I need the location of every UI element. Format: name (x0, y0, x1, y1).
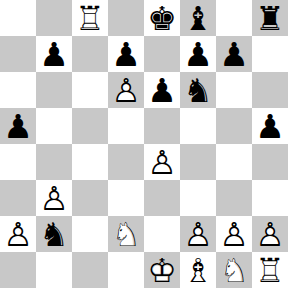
piece-white-knight: ♘ (216, 252, 252, 288)
piece-white-rook: ♖ (252, 252, 288, 288)
square-g4[interactable] (216, 144, 252, 180)
square-b6[interactable] (36, 72, 72, 108)
square-d1[interactable] (108, 252, 144, 288)
square-b4[interactable] (36, 144, 72, 180)
square-d5[interactable] (108, 108, 144, 144)
square-g8[interactable] (216, 0, 252, 36)
square-e4[interactable]: ♟♙ (144, 144, 180, 180)
square-a6[interactable] (0, 72, 36, 108)
square-f5[interactable] (180, 108, 216, 144)
square-e8[interactable]: ♚ (144, 0, 180, 36)
square-e1[interactable]: ♚♔ (144, 252, 180, 288)
square-c4[interactable] (72, 144, 108, 180)
square-c8[interactable]: ♜♖ (72, 0, 108, 36)
square-g1[interactable]: ♞♘ (216, 252, 252, 288)
piece-white-pawn: ♙ (180, 216, 216, 252)
square-c1[interactable] (72, 252, 108, 288)
square-c6[interactable] (72, 72, 108, 108)
piece-black-pawn: ♟ (180, 36, 216, 72)
square-c2[interactable] (72, 216, 108, 252)
square-c5[interactable] (72, 108, 108, 144)
square-d2[interactable]: ♞♘ (108, 216, 144, 252)
piece-black-pawn: ♟ (252, 108, 288, 144)
square-h3[interactable] (252, 180, 288, 216)
square-h2[interactable]: ♟♙ (252, 216, 288, 252)
square-b7[interactable]: ♟ (36, 36, 72, 72)
square-h4[interactable] (252, 144, 288, 180)
piece-black-knight: ♞ (180, 72, 216, 108)
square-e6[interactable]: ♟ (144, 72, 180, 108)
piece-white-pawn: ♙ (252, 216, 288, 252)
square-f3[interactable] (180, 180, 216, 216)
piece-white-pawn: ♙ (216, 216, 252, 252)
piece-black-pawn: ♟ (0, 108, 36, 144)
piece-white-knight: ♘ (108, 216, 144, 252)
chess-board: ♜♖♚♝♜♟♟♟♟♟♙♟♞♟♟♟♙♟♙♟♙♞♞♘♟♙♟♙♟♙♚♔♝♗♞♘♜♖ (0, 0, 288, 288)
square-c7[interactable] (72, 36, 108, 72)
square-b3[interactable]: ♟♙ (36, 180, 72, 216)
piece-white-rook: ♖ (72, 0, 108, 36)
square-a8[interactable] (0, 0, 36, 36)
square-h8[interactable]: ♜ (252, 0, 288, 36)
piece-white-pawn: ♙ (108, 72, 144, 108)
square-h1[interactable]: ♜♖ (252, 252, 288, 288)
square-g6[interactable] (216, 72, 252, 108)
square-f7[interactable]: ♟ (180, 36, 216, 72)
square-h5[interactable]: ♟ (252, 108, 288, 144)
square-h7[interactable] (252, 36, 288, 72)
piece-white-pawn: ♙ (144, 144, 180, 180)
square-g5[interactable] (216, 108, 252, 144)
piece-white-king: ♔ (144, 252, 180, 288)
square-h6[interactable] (252, 72, 288, 108)
piece-black-rook: ♜ (252, 0, 288, 36)
piece-white-pawn: ♙ (0, 216, 36, 252)
piece-black-pawn: ♟ (144, 72, 180, 108)
piece-white-pawn: ♙ (36, 180, 72, 216)
square-b2[interactable]: ♞ (36, 216, 72, 252)
square-e3[interactable] (144, 180, 180, 216)
square-e2[interactable] (144, 216, 180, 252)
square-f6[interactable]: ♞ (180, 72, 216, 108)
square-d3[interactable] (108, 180, 144, 216)
square-d6[interactable]: ♟♙ (108, 72, 144, 108)
piece-black-pawn: ♟ (108, 36, 144, 72)
square-d7[interactable]: ♟ (108, 36, 144, 72)
square-d8[interactable] (108, 0, 144, 36)
piece-black-king: ♚ (144, 0, 180, 36)
piece-black-knight: ♞ (36, 216, 72, 252)
square-e7[interactable] (144, 36, 180, 72)
square-f1[interactable]: ♝♗ (180, 252, 216, 288)
piece-black-pawn: ♟ (36, 36, 72, 72)
piece-black-bishop: ♝ (180, 0, 216, 36)
square-a7[interactable] (0, 36, 36, 72)
square-a3[interactable] (0, 180, 36, 216)
square-e5[interactable] (144, 108, 180, 144)
square-g2[interactable]: ♟♙ (216, 216, 252, 252)
square-g3[interactable] (216, 180, 252, 216)
square-b5[interactable] (36, 108, 72, 144)
square-a5[interactable]: ♟ (0, 108, 36, 144)
square-f8[interactable]: ♝ (180, 0, 216, 36)
square-b1[interactable] (36, 252, 72, 288)
piece-black-pawn: ♟ (216, 36, 252, 72)
square-f4[interactable] (180, 144, 216, 180)
square-a2[interactable]: ♟♙ (0, 216, 36, 252)
square-a4[interactable] (0, 144, 36, 180)
square-d4[interactable] (108, 144, 144, 180)
piece-white-bishop: ♗ (180, 252, 216, 288)
square-c3[interactable] (72, 180, 108, 216)
square-a1[interactable] (0, 252, 36, 288)
square-f2[interactable]: ♟♙ (180, 216, 216, 252)
square-b8[interactable] (36, 0, 72, 36)
square-g7[interactable]: ♟ (216, 36, 252, 72)
